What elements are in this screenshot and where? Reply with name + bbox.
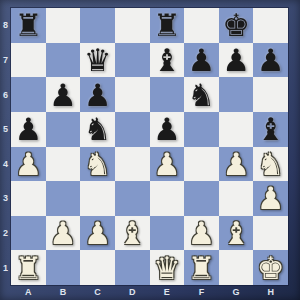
piece-black-pawn-b6[interactable]: ♟ [49,78,77,112]
square-b4[interactable] [46,147,81,182]
square-a3[interactable] [11,181,46,216]
square-a8[interactable]: ♜ [11,8,46,43]
piece-black-rook-a8[interactable]: ♜ [14,8,42,42]
piece-black-queen-c7[interactable]: ♛ [84,43,112,77]
square-e8[interactable]: ♜ [150,8,185,43]
square-e3[interactable] [150,181,185,216]
piece-white-pawn-f2[interactable]: ♟ [188,216,216,250]
file-label-h: H [253,284,288,300]
square-b2[interactable]: ♟ [46,216,81,251]
piece-black-bishop-h5[interactable]: ♝ [257,112,285,146]
square-g2[interactable]: ♝ [219,216,254,251]
square-c1[interactable] [80,250,115,285]
piece-white-rook-f1[interactable]: ♜ [188,251,216,285]
piece-black-pawn-c6[interactable]: ♟ [84,78,112,112]
piece-black-king-g8[interactable]: ♚ [222,8,250,42]
square-e1[interactable]: ♛ [150,250,185,285]
file-label-a: A [11,284,46,300]
square-f1[interactable]: ♜ [184,250,219,285]
square-h5[interactable]: ♝ [253,112,288,147]
square-h4[interactable]: ♞ [253,147,288,182]
square-c2[interactable]: ♟ [80,216,115,251]
file-label-e: E [150,284,185,300]
square-f3[interactable] [184,181,219,216]
square-e7[interactable]: ♝ [150,43,185,78]
piece-white-knight-h4[interactable]: ♞ [257,147,285,181]
piece-black-bishop-e7[interactable]: ♝ [153,43,181,77]
square-c8[interactable] [80,8,115,43]
piece-white-bishop-d2[interactable]: ♝ [118,216,146,250]
square-c3[interactable] [80,181,115,216]
square-d6[interactable] [115,77,150,112]
square-a2[interactable] [11,216,46,251]
file-label-d: D [115,284,150,300]
square-f4[interactable] [184,147,219,182]
piece-white-pawn-e4[interactable]: ♟ [153,147,181,181]
piece-black-pawn-f7[interactable]: ♟ [188,43,216,77]
rank-label-1: 1 [0,250,11,285]
square-h1[interactable]: ♚ [253,250,288,285]
piece-white-pawn-c2[interactable]: ♟ [84,216,112,250]
rank-label-8: 8 [0,8,11,43]
rank-label-6: 6 [0,77,11,112]
piece-black-knight-c5[interactable]: ♞ [84,112,112,146]
square-g1[interactable] [219,250,254,285]
square-c6[interactable]: ♟ [80,77,115,112]
square-e4[interactable]: ♟ [150,147,185,182]
square-d7[interactable] [115,43,150,78]
piece-black-pawn-h7[interactable]: ♟ [257,43,285,77]
chess-board-frame: 87654321 ♜♜♚♛♝♟♟♟♟♟♞♟♞♟♝♟♞♟♟♞♟♟♟♝♟♝♜♛♜♚ … [0,0,300,300]
square-a5[interactable]: ♟ [11,112,46,147]
piece-black-pawn-g7[interactable]: ♟ [222,43,250,77]
square-d2[interactable]: ♝ [115,216,150,251]
square-c5[interactable]: ♞ [80,112,115,147]
piece-black-knight-f6[interactable]: ♞ [188,78,216,112]
square-g6[interactable] [219,77,254,112]
file-label-c: C [80,284,115,300]
rank-label-7: 7 [0,43,11,78]
piece-white-pawn-g4[interactable]: ♟ [222,147,250,181]
square-d5[interactable] [115,112,150,147]
file-label-g: G [219,284,254,300]
square-d8[interactable] [115,8,150,43]
rank-labels: 87654321 [0,8,11,285]
square-e2[interactable] [150,216,185,251]
square-e5[interactable]: ♟ [150,112,185,147]
square-b3[interactable] [46,181,81,216]
square-a6[interactable] [11,77,46,112]
square-g7[interactable]: ♟ [219,43,254,78]
square-b1[interactable] [46,250,81,285]
square-c7[interactable]: ♛ [80,43,115,78]
square-a4[interactable]: ♟ [11,147,46,182]
square-f8[interactable] [184,8,219,43]
square-a7[interactable] [11,43,46,78]
piece-black-pawn-e5[interactable]: ♟ [153,112,181,146]
file-labels: ABCDEFGH [11,284,288,300]
piece-white-pawn-a4[interactable]: ♟ [14,147,42,181]
piece-black-rook-e8[interactable]: ♜ [153,8,181,42]
file-label-b: B [46,284,81,300]
file-label-f: F [184,284,219,300]
square-d3[interactable] [115,181,150,216]
square-g8[interactable]: ♚ [219,8,254,43]
piece-white-knight-c4[interactable]: ♞ [84,147,112,181]
square-f2[interactable]: ♟ [184,216,219,251]
square-h7[interactable]: ♟ [253,43,288,78]
square-d4[interactable] [115,147,150,182]
piece-white-queen-e1[interactable]: ♛ [153,251,181,285]
square-f5[interactable] [184,112,219,147]
square-b7[interactable] [46,43,81,78]
piece-white-bishop-g2[interactable]: ♝ [222,216,250,250]
rank-label-2: 2 [0,216,11,251]
piece-white-pawn-h3[interactable]: ♟ [257,181,285,215]
square-h2[interactable] [253,216,288,251]
rank-label-5: 5 [0,112,11,147]
square-h3[interactable]: ♟ [253,181,288,216]
square-f7[interactable]: ♟ [184,43,219,78]
square-c4[interactable]: ♞ [80,147,115,182]
square-b6[interactable]: ♟ [46,77,81,112]
square-g5[interactable] [219,112,254,147]
chess-board: ♜♜♚♛♝♟♟♟♟♟♞♟♞♟♝♟♞♟♟♞♟♟♟♝♟♝♜♛♜♚ [11,8,288,285]
piece-white-king-h1[interactable]: ♚ [257,251,285,285]
square-g4[interactable]: ♟ [219,147,254,182]
rank-label-3: 3 [0,181,11,216]
square-b8[interactable] [46,8,81,43]
piece-black-pawn-a5[interactable]: ♟ [14,112,42,146]
square-b5[interactable] [46,112,81,147]
piece-white-rook-a1[interactable]: ♜ [14,251,42,285]
square-d1[interactable] [115,250,150,285]
square-g3[interactable] [219,181,254,216]
square-e6[interactable] [150,77,185,112]
square-h8[interactable] [253,8,288,43]
square-h6[interactable] [253,77,288,112]
rank-label-4: 4 [0,147,11,182]
square-f6[interactable]: ♞ [184,77,219,112]
square-a1[interactable]: ♜ [11,250,46,285]
piece-white-pawn-b2[interactable]: ♟ [49,216,77,250]
